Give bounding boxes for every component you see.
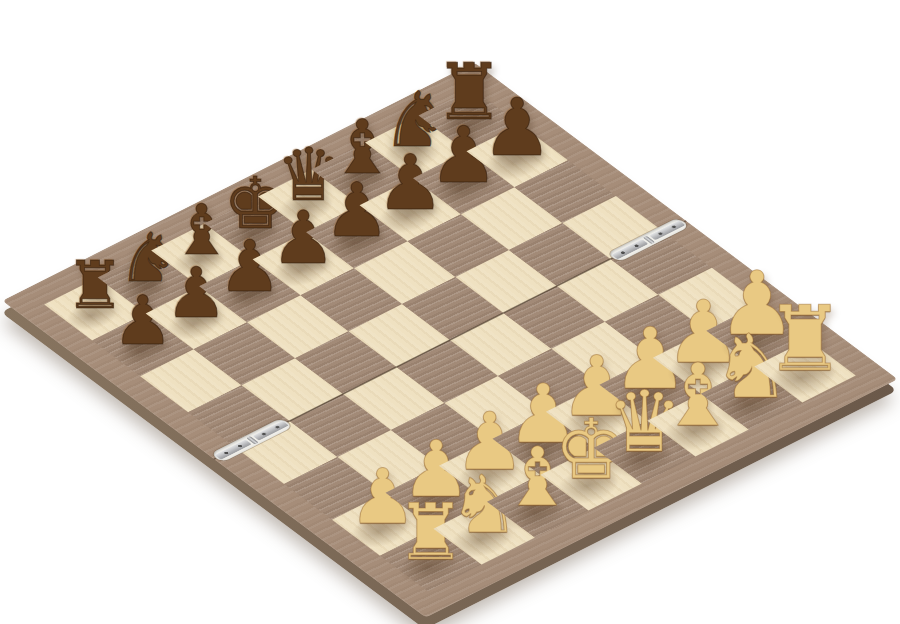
piece-black-pawn-h7[interactable]: ♟ — [437, 88, 597, 168]
hinge-plate — [214, 439, 251, 460]
folding-chess-board: ♜♞♝♚♛♝♞♜♟♟♟♟♟♟♟♟♟♟♟♟♟♟♟♟♜♞♝♚♛♝♞♜ — [2, 62, 898, 618]
chess-set-photo: ♜♞♝♚♛♝♞♜♟♟♟♟♟♟♟♟♟♟♟♟♟♟♟♟♜♞♝♚♛♝♞♜ — [0, 0, 900, 624]
board-face: ♜♞♝♚♛♝♞♜♟♟♟♟♟♟♟♟♟♟♟♟♟♟♟♟♜♞♝♚♛♝♞♜ — [2, 62, 898, 618]
board-grid: ♜♞♝♚♛♝♞♜♟♟♟♟♟♟♟♟♟♟♟♟♟♟♟♟♜♞♝♚♛♝♞♜ — [44, 88, 855, 591]
hinge-plate — [648, 220, 685, 241]
piece-white-rook-h1[interactable]: ♜ — [725, 295, 885, 385]
